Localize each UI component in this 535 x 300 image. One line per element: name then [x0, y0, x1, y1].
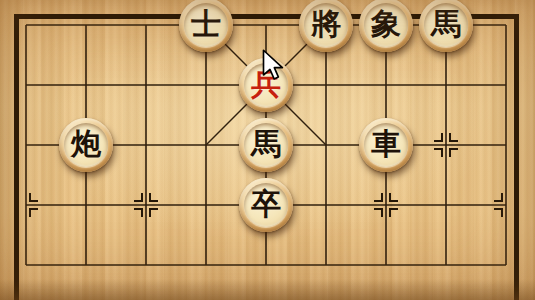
- piece-glyph: 馬: [251, 129, 281, 159]
- xiangqi-board: 士將象馬兵炮馬車卒: [0, 0, 535, 300]
- black-cannon[interactable]: 炮: [59, 118, 113, 172]
- piece-glyph: 馬: [431, 9, 461, 39]
- pieces-layer: 士將象馬兵炮馬車卒: [0, 0, 535, 295]
- black-general[interactable]: 將: [299, 0, 353, 52]
- black-advisor[interactable]: 士: [179, 0, 233, 52]
- black-soldier[interactable]: 卒: [239, 178, 293, 232]
- piece-glyph: 卒: [251, 189, 281, 219]
- red-soldier[interactable]: 兵: [239, 58, 293, 112]
- piece-glyph: 炮: [71, 129, 101, 159]
- black-horse[interactable]: 馬: [419, 0, 473, 52]
- piece-glyph: 兵: [251, 69, 281, 99]
- piece-glyph: 將: [311, 9, 341, 39]
- black-elephant[interactable]: 象: [359, 0, 413, 52]
- black-horse[interactable]: 馬: [239, 118, 293, 172]
- black-chariot[interactable]: 車: [359, 118, 413, 172]
- piece-glyph: 士: [191, 9, 221, 39]
- piece-glyph: 象: [371, 9, 401, 39]
- piece-glyph: 車: [371, 129, 401, 159]
